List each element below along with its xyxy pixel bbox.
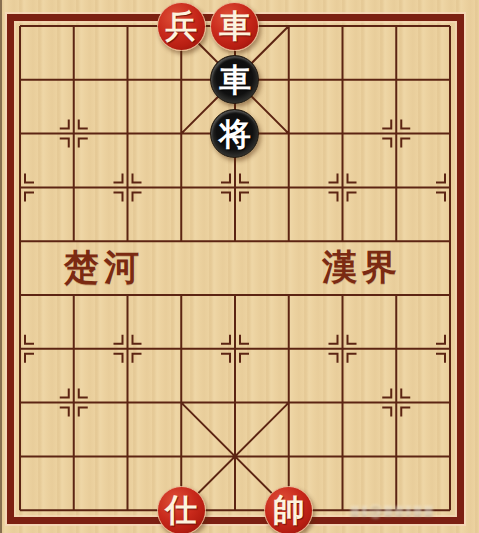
piece-glyph: 仕 [165,494,197,526]
piece-red-chariot[interactable]: 車 [210,2,259,51]
piece-glyph: 兵 [165,10,197,42]
piece-red-general[interactable]: 帥 [264,486,313,533]
piece-black-general[interactable]: 将 [210,109,259,158]
pieces-layer: 兵車車将仕帥 [0,0,477,533]
piece-red-advisor[interactable]: 仕 [157,486,206,533]
piece-glyph: 車 [219,64,251,96]
board-background: 楚河 漢界 兵車車将仕帥 ⅢⅡ@ⅢⅢⅡⅢⅢ [0,0,479,533]
piece-black-chariot[interactable]: 車 [210,55,259,104]
piece-red-soldier[interactable]: 兵 [157,2,206,51]
watermark: ⅢⅡ@ⅢⅢⅡⅢⅢ [350,503,475,519]
image-edge-shadow [0,0,2,533]
piece-glyph: 将 [219,118,251,150]
piece-glyph: 帥 [273,494,305,526]
piece-glyph: 車 [219,10,251,42]
